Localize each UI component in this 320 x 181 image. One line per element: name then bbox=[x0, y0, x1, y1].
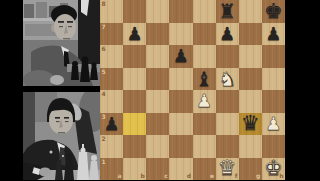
file-label-d: d bbox=[187, 173, 191, 179]
black-pawn-h7[interactable]: ♟ bbox=[262, 23, 285, 46]
white-queen-f1[interactable]: ♛ bbox=[216, 158, 239, 181]
square-b8[interactable] bbox=[123, 0, 146, 23]
square-e5[interactable]: ♝ bbox=[193, 68, 216, 91]
square-g8[interactable] bbox=[239, 0, 262, 23]
square-c1[interactable]: c bbox=[146, 158, 169, 181]
square-d7[interactable] bbox=[169, 23, 192, 46]
rank-label-4: 4 bbox=[102, 91, 106, 97]
square-d3[interactable] bbox=[169, 113, 192, 136]
square-e6[interactable] bbox=[193, 45, 216, 68]
square-h3[interactable]: ♟ bbox=[262, 113, 285, 136]
white-pawn-e4[interactable]: ♟ bbox=[193, 90, 216, 113]
square-h7[interactable]: ♟ bbox=[262, 23, 285, 46]
square-c7[interactable] bbox=[146, 23, 169, 46]
chess-board: 8♜♚7♟♟♟6♟5♝♞4♟3♟♛♟21abcdef♛gh♚ bbox=[100, 0, 285, 180]
square-g2[interactable] bbox=[239, 135, 262, 158]
file-label-a: a bbox=[118, 173, 122, 179]
square-g4[interactable] bbox=[239, 90, 262, 113]
square-c5[interactable] bbox=[146, 68, 169, 91]
black-king-h8[interactable]: ♚ bbox=[262, 0, 285, 23]
player-photo-bottom bbox=[23, 92, 100, 180]
square-f5[interactable]: ♞ bbox=[216, 68, 239, 91]
square-g3[interactable]: ♛ bbox=[239, 113, 262, 136]
black-queen-g3[interactable]: ♛ bbox=[239, 113, 262, 136]
square-a7[interactable]: 7 bbox=[100, 23, 123, 46]
square-a1[interactable]: 1a bbox=[100, 158, 123, 181]
file-label-e: e bbox=[210, 173, 214, 179]
black-pawn-d6[interactable]: ♟ bbox=[169, 45, 192, 68]
square-d6[interactable]: ♟ bbox=[169, 45, 192, 68]
square-a2[interactable]: 2 bbox=[100, 135, 123, 158]
square-f2[interactable] bbox=[216, 135, 239, 158]
white-king-h1[interactable]: ♚ bbox=[262, 158, 285, 181]
rank-label-8: 8 bbox=[102, 1, 106, 7]
square-e1[interactable]: e bbox=[193, 158, 216, 181]
square-a3[interactable]: 3♟ bbox=[100, 113, 123, 136]
square-b1[interactable]: b bbox=[123, 158, 146, 181]
square-b2[interactable] bbox=[123, 135, 146, 158]
square-e4[interactable]: ♟ bbox=[193, 90, 216, 113]
square-e8[interactable] bbox=[193, 0, 216, 23]
square-h1[interactable]: h♚ bbox=[262, 158, 285, 181]
square-e7[interactable] bbox=[193, 23, 216, 46]
square-a6[interactable]: 6 bbox=[100, 45, 123, 68]
square-g1[interactable]: g bbox=[239, 158, 262, 181]
square-g7[interactable] bbox=[239, 23, 262, 46]
square-h5[interactable] bbox=[262, 68, 285, 91]
player-photo-bottom-illustration bbox=[23, 92, 100, 180]
square-a4[interactable]: 4 bbox=[100, 90, 123, 113]
square-c8[interactable] bbox=[146, 0, 169, 23]
square-h2[interactable] bbox=[262, 135, 285, 158]
square-a8[interactable]: 8 bbox=[100, 0, 123, 23]
square-c2[interactable] bbox=[146, 135, 169, 158]
square-c3[interactable] bbox=[146, 113, 169, 136]
square-b3[interactable] bbox=[123, 113, 146, 136]
square-g5[interactable] bbox=[239, 68, 262, 91]
square-e3[interactable] bbox=[193, 113, 216, 136]
square-c4[interactable] bbox=[146, 90, 169, 113]
square-h4[interactable] bbox=[262, 90, 285, 113]
square-f4[interactable] bbox=[216, 90, 239, 113]
white-knight-f5[interactable]: ♞ bbox=[216, 68, 239, 91]
file-label-c: c bbox=[164, 173, 168, 179]
black-pawn-a3[interactable]: ♟ bbox=[100, 113, 123, 136]
square-f6[interactable] bbox=[216, 45, 239, 68]
file-label-g: g bbox=[256, 173, 260, 179]
black-pawn-f7[interactable]: ♟ bbox=[216, 23, 239, 46]
rank-label-1: 1 bbox=[102, 159, 106, 165]
square-b5[interactable] bbox=[123, 68, 146, 91]
square-c6[interactable] bbox=[146, 45, 169, 68]
rank-label-5: 5 bbox=[102, 69, 106, 75]
rank-label-2: 2 bbox=[102, 136, 106, 142]
square-f1[interactable]: f♛ bbox=[216, 158, 239, 181]
black-pawn-b7[interactable]: ♟ bbox=[123, 23, 146, 46]
player-photo-top bbox=[23, 0, 100, 86]
square-d8[interactable] bbox=[169, 0, 192, 23]
square-d2[interactable] bbox=[169, 135, 192, 158]
square-h8[interactable]: ♚ bbox=[262, 0, 285, 23]
player-photo-top-illustration bbox=[23, 0, 100, 86]
square-d5[interactable] bbox=[169, 68, 192, 91]
square-h6[interactable] bbox=[262, 45, 285, 68]
rank-label-7: 7 bbox=[102, 24, 106, 30]
square-b6[interactable] bbox=[123, 45, 146, 68]
square-f8[interactable]: ♜ bbox=[216, 0, 239, 23]
square-b7[interactable]: ♟ bbox=[123, 23, 146, 46]
square-d1[interactable]: d bbox=[169, 158, 192, 181]
rank-label-6: 6 bbox=[102, 46, 106, 52]
thumbnail-frame: 8♜♚7♟♟♟6♟5♝♞4♟3♟♛♟21abcdef♛gh♚ bbox=[0, 0, 320, 180]
square-a5[interactable]: 5 bbox=[100, 68, 123, 91]
black-bishop-e5[interactable]: ♝ bbox=[193, 68, 216, 91]
square-g6[interactable] bbox=[239, 45, 262, 68]
square-f3[interactable] bbox=[216, 113, 239, 136]
square-d4[interactable] bbox=[169, 90, 192, 113]
square-e2[interactable] bbox=[193, 135, 216, 158]
square-f7[interactable]: ♟ bbox=[216, 23, 239, 46]
file-label-b: b bbox=[140, 173, 144, 179]
white-pawn-h3[interactable]: ♟ bbox=[262, 113, 285, 136]
black-rook-f8[interactable]: ♜ bbox=[216, 0, 239, 23]
square-b4[interactable] bbox=[123, 90, 146, 113]
